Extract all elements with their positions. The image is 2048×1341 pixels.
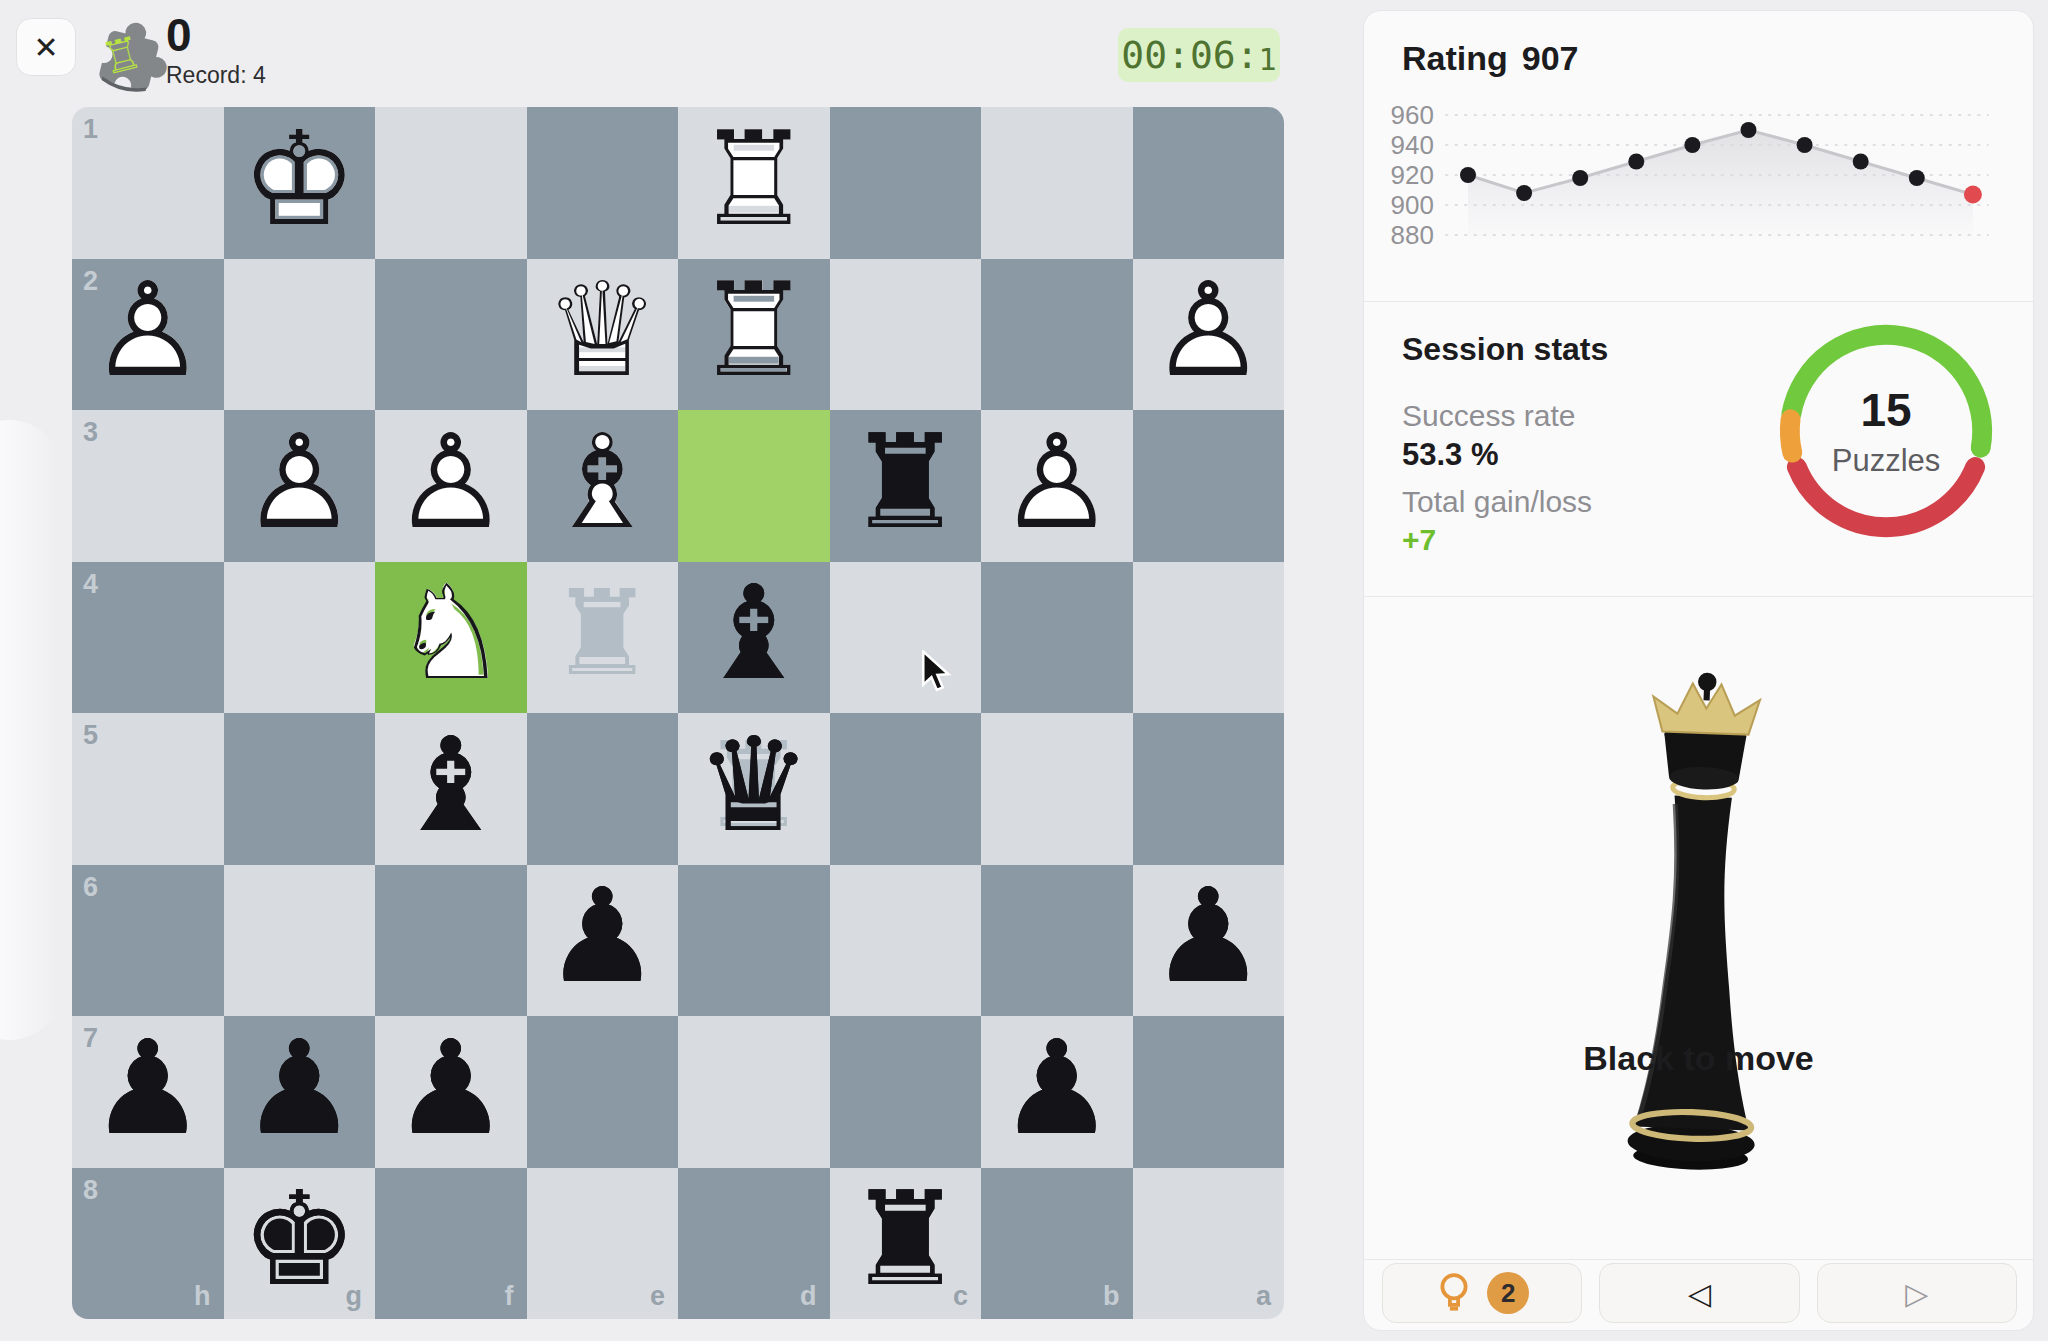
- rank-label-5: 5: [83, 720, 98, 751]
- back-arrow-icon: ◁: [1688, 1276, 1711, 1311]
- square-g5[interactable]: [224, 713, 376, 865]
- lightbulb-icon: [1435, 1271, 1473, 1315]
- piece-wP-g3[interactable]: ♟♙: [224, 410, 376, 562]
- square-d1[interactable]: ♜♖: [678, 107, 830, 259]
- square-f7[interactable]: ♟♙: [375, 1016, 527, 1168]
- square-c3[interactable]: ♜♖: [830, 410, 982, 562]
- piece-bP-a6[interactable]: ♟♙: [1133, 865, 1285, 1017]
- square-e2[interactable]: ♛♕: [527, 259, 679, 411]
- piece-wP-a2[interactable]: ♟♙: [1133, 259, 1285, 411]
- rank-label-8: 8: [83, 1175, 98, 1206]
- file-label-d: d: [800, 1281, 817, 1312]
- svg-text:900: 900: [1391, 190, 1434, 220]
- square-d6[interactable]: [678, 865, 830, 1017]
- queen-illustration: [1576, 651, 1822, 1184]
- square-g6[interactable]: [224, 865, 376, 1017]
- forward-arrow-icon: ▷: [1905, 1276, 1928, 1311]
- side-panel: Rating907 960940920900880 Session stats …: [1363, 10, 2034, 1331]
- square-g1[interactable]: ♚♔: [224, 107, 376, 259]
- square-f5[interactable]: ♝♗: [375, 713, 527, 865]
- piece-bK-g8[interactable]: ♚♔: [224, 1168, 376, 1320]
- piece-wK-g1[interactable]: ♚♔: [224, 107, 376, 259]
- piece-wR-d1[interactable]: ♜♖: [678, 107, 830, 259]
- square-h5[interactable]: 5: [72, 713, 224, 865]
- piece-bR-c3[interactable]: ♜♖: [830, 410, 982, 562]
- square-a7[interactable]: [1133, 1016, 1285, 1168]
- timer-last-digit: 1: [1259, 42, 1277, 77]
- square-h4[interactable]: 4: [72, 562, 224, 714]
- session-stats-title: Session stats: [1402, 331, 1608, 368]
- square-h3[interactable]: 3: [72, 410, 224, 562]
- piece-bB-f5[interactable]: ♝♗: [375, 713, 527, 865]
- rank-label-1: 1: [83, 114, 98, 145]
- piece-wQ-e2[interactable]: ♛♕: [527, 259, 679, 411]
- puzzle-controls: 2 ◁ ▷: [1382, 1263, 2017, 1323]
- svg-text:940: 940: [1391, 130, 1434, 160]
- square-a3[interactable]: [1133, 410, 1285, 562]
- previous-move-button[interactable]: ◁: [1599, 1263, 1799, 1323]
- piece-wR-d2[interactable]: ♜♖: [678, 259, 830, 411]
- square-a2[interactable]: ♟♙: [1133, 259, 1285, 411]
- piece-bP-b7[interactable]: ♟♙: [981, 1016, 1133, 1168]
- square-f4[interactable]: ♞♘: [375, 562, 527, 714]
- square-e6[interactable]: ♟♙: [527, 865, 679, 1017]
- square-c6[interactable]: [830, 865, 982, 1017]
- file-label-h: h: [194, 1281, 211, 1312]
- square-b7[interactable]: ♟♙: [981, 1016, 1133, 1168]
- square-c7[interactable]: [830, 1016, 982, 1168]
- timer-main: 00:06:: [1121, 33, 1258, 77]
- piece-wP-h2[interactable]: ♟♙: [72, 259, 224, 411]
- square-f2[interactable]: [375, 259, 527, 411]
- rating-title: Rating907: [1402, 39, 1579, 78]
- square-g7[interactable]: ♟♙: [224, 1016, 376, 1168]
- rating-chart: 960940920900880: [1388, 95, 2008, 271]
- square-a6[interactable]: ♟♙: [1133, 865, 1285, 1017]
- square-c2[interactable]: [830, 259, 982, 411]
- square-d7[interactable]: [678, 1016, 830, 1168]
- square-d5[interactable]: ♜♛♕: [678, 713, 830, 865]
- square-d8[interactable]: d: [678, 1168, 830, 1320]
- rating-value: 907: [1522, 39, 1579, 77]
- square-a1[interactable]: [1133, 107, 1285, 259]
- square-f1[interactable]: [375, 107, 527, 259]
- close-icon: ✕: [33, 30, 58, 65]
- piece-bB-d4[interactable]: ♝♗: [678, 562, 830, 714]
- square-b5[interactable]: [981, 713, 1133, 865]
- file-label-a: a: [1256, 1281, 1271, 1312]
- record-label: Record: 4: [166, 62, 266, 89]
- score-counter: 0: [166, 8, 192, 62]
- section-divider: [1364, 301, 2033, 302]
- square-g2[interactable]: [224, 259, 376, 411]
- square-d2[interactable]: ♜♖: [678, 259, 830, 411]
- square-f6[interactable]: [375, 865, 527, 1017]
- piece-bP-h7[interactable]: ♟♙: [72, 1016, 224, 1168]
- rank-label-3: 3: [83, 417, 98, 448]
- piece-bR-c8[interactable]: ♜♖: [830, 1168, 982, 1320]
- board[interactable]: 1♚♔♜♖2♟♙♛♕♜♖♟♙3♟♙♟♙♝♗♜♖♟♙4♞♘♜♝♗5♝♗♜♛♕6♟♙…: [72, 107, 1284, 1319]
- square-c5[interactable]: [830, 713, 982, 865]
- square-e4[interactable]: ♜: [527, 562, 679, 714]
- gauge-center: 15 Puzzles: [1771, 316, 2001, 546]
- svg-text:920: 920: [1391, 160, 1434, 190]
- file-label-e: e: [650, 1281, 665, 1312]
- timer-display: 00:06:1: [1118, 28, 1280, 82]
- square-g8[interactable]: g♚♔: [224, 1168, 376, 1320]
- square-b3[interactable]: ♟♙: [981, 410, 1133, 562]
- square-e8[interactable]: e: [527, 1168, 679, 1320]
- file-label-f: f: [505, 1281, 514, 1312]
- square-e7[interactable]: [527, 1016, 679, 1168]
- square-b1[interactable]: [981, 107, 1133, 259]
- success-rate-label: Success rate: [1402, 399, 1575, 433]
- square-h1[interactable]: 1: [72, 107, 224, 259]
- square-h7[interactable]: 7♟♙: [72, 1016, 224, 1168]
- piece-bP-e6[interactable]: ♟♙: [527, 865, 679, 1017]
- square-a8[interactable]: a: [1133, 1168, 1285, 1320]
- piece-bP-g7[interactable]: ♟♙: [224, 1016, 376, 1168]
- file-label-b: b: [1103, 1281, 1120, 1312]
- square-h6[interactable]: 6: [72, 865, 224, 1017]
- square-c8[interactable]: c♜♖: [830, 1168, 982, 1320]
- gain-loss-value: +7: [1402, 523, 1436, 557]
- ghost-rook-e4: ♜: [549, 575, 655, 693]
- section-divider: [1364, 596, 2033, 597]
- square-a4[interactable]: [1133, 562, 1285, 714]
- hint-button[interactable]: 2: [1382, 1263, 1582, 1323]
- app: ✕ ♖ 0 Record: 4 00:06:1 1♚♔♜♖2♟♙♛♕♜♖♟♙3♟…: [0, 0, 2048, 1341]
- section-divider: [1364, 1259, 2033, 1260]
- square-e3[interactable]: ♝♗: [527, 410, 679, 562]
- piece-wN-f4[interactable]: ♞♘: [375, 562, 527, 714]
- rank-label-4: 4: [83, 569, 98, 600]
- square-c1[interactable]: [830, 107, 982, 259]
- side-to-move-label: Black to move: [1364, 1039, 2033, 1078]
- piece-bQ-d5[interactable]: ♛♕: [678, 713, 830, 865]
- puzzles-label: Puzzles: [1832, 443, 1941, 479]
- square-d4[interactable]: ♝♗: [678, 562, 830, 714]
- square-a5[interactable]: [1133, 713, 1285, 865]
- square-c4[interactable]: [830, 562, 982, 714]
- square-g3[interactable]: ♟♙: [224, 410, 376, 562]
- next-move-button[interactable]: ▷: [1817, 1263, 2017, 1323]
- square-e1[interactable]: [527, 107, 679, 259]
- background-blob: [0, 420, 64, 1040]
- hint-count-badge: 2: [1487, 1272, 1529, 1314]
- piece-bP-f7[interactable]: ♟♙: [375, 1016, 527, 1168]
- rank-label-6: 6: [83, 872, 98, 903]
- square-d3[interactable]: [678, 410, 830, 562]
- square-b4[interactable]: [981, 562, 1133, 714]
- piece-wB-e3[interactable]: ♝♗: [527, 410, 679, 562]
- square-e5[interactable]: [527, 713, 679, 865]
- piece-wP-f3[interactable]: ♟♙: [375, 410, 527, 562]
- square-h2[interactable]: 2♟♙: [72, 259, 224, 411]
- piece-wP-b3[interactable]: ♟♙: [981, 410, 1133, 562]
- svg-text:880: 880: [1391, 220, 1434, 250]
- square-f8[interactable]: f: [375, 1168, 527, 1320]
- rating-label: Rating: [1402, 39, 1508, 77]
- close-button[interactable]: ✕: [16, 18, 76, 76]
- square-b8[interactable]: b: [981, 1168, 1133, 1320]
- svg-text:960: 960: [1391, 100, 1434, 130]
- square-b2[interactable]: [981, 259, 1133, 411]
- success-rate-value: 53.3 %: [1402, 437, 1499, 473]
- square-g4[interactable]: [224, 562, 376, 714]
- square-f3[interactable]: ♟♙: [375, 410, 527, 562]
- puzzles-count: 15: [1860, 383, 1911, 437]
- square-b6[interactable]: [981, 865, 1133, 1017]
- gain-loss-label: Total gain/loss: [1402, 485, 1592, 519]
- square-h8[interactable]: 8h: [72, 1168, 224, 1320]
